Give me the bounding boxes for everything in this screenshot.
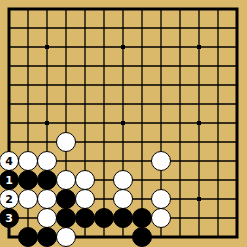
board-point-5-10[interactable] bbox=[95, 190, 114, 209]
board-point-7-7[interactable] bbox=[133, 133, 152, 152]
board-point-12-9[interactable] bbox=[228, 171, 247, 190]
board-point-6-3[interactable] bbox=[114, 57, 133, 76]
board-point-8-9[interactable] bbox=[152, 171, 171, 190]
board-point-7-8[interactable] bbox=[133, 152, 152, 171]
board-point-11-7[interactable] bbox=[209, 133, 228, 152]
board-point-5-11[interactable] bbox=[95, 209, 114, 228]
board-point-5-7[interactable] bbox=[95, 133, 114, 152]
go-board: 4123 bbox=[0, 0, 247, 247]
board-point-9-10[interactable] bbox=[171, 190, 190, 209]
board-point-8-7[interactable] bbox=[152, 133, 171, 152]
board-point-8-10[interactable] bbox=[152, 190, 171, 209]
board-point-8-11[interactable] bbox=[152, 209, 171, 228]
black-stone bbox=[132, 227, 152, 247]
white-stone bbox=[18, 189, 38, 209]
star-point bbox=[121, 45, 125, 49]
board-point-7-0[interactable] bbox=[133, 0, 152, 19]
board-point-0-9[interactable]: 1 bbox=[0, 171, 19, 190]
board-point-2-5[interactable] bbox=[38, 95, 57, 114]
board-point-5-9[interactable] bbox=[95, 171, 114, 190]
board-point-6-0[interactable] bbox=[114, 0, 133, 19]
board-point-7-10[interactable] bbox=[133, 190, 152, 209]
board-point-2-10[interactable] bbox=[38, 190, 57, 209]
move-number-label: 3 bbox=[5, 213, 13, 224]
board-point-10-12[interactable] bbox=[190, 228, 209, 247]
board-point-1-9[interactable] bbox=[19, 171, 38, 190]
board-point-4-10[interactable] bbox=[76, 190, 95, 209]
board-point-12-3[interactable] bbox=[228, 57, 247, 76]
board-point-6-12[interactable] bbox=[114, 228, 133, 247]
black-stone bbox=[94, 208, 114, 228]
white-stone: 2 bbox=[0, 189, 19, 209]
board-point-0-12[interactable] bbox=[0, 228, 19, 247]
board-point-7-1[interactable] bbox=[133, 19, 152, 38]
board-point-11-4[interactable] bbox=[209, 76, 228, 95]
board-point-6-10[interactable] bbox=[114, 190, 133, 209]
star-point bbox=[45, 45, 49, 49]
board-point-7-12[interactable] bbox=[133, 228, 152, 247]
board-point-7-3[interactable] bbox=[133, 57, 152, 76]
black-stone bbox=[56, 208, 76, 228]
white-stone bbox=[75, 170, 95, 190]
board-point-5-5[interactable] bbox=[95, 95, 114, 114]
board-point-10-9[interactable] bbox=[190, 171, 209, 190]
black-stone bbox=[56, 189, 76, 209]
board-point-1-5[interactable] bbox=[19, 95, 38, 114]
board-point-6-9[interactable] bbox=[114, 171, 133, 190]
board-point-10-6[interactable] bbox=[190, 114, 209, 133]
board-point-5-8[interactable] bbox=[95, 152, 114, 171]
board-point-7-11[interactable] bbox=[133, 209, 152, 228]
board-point-7-9[interactable] bbox=[133, 171, 152, 190]
move-number-label: 4 bbox=[5, 156, 13, 167]
board-point-3-12[interactable] bbox=[57, 228, 76, 247]
board-point-5-0[interactable] bbox=[95, 0, 114, 19]
board-point-4-8[interactable] bbox=[76, 152, 95, 171]
board-point-10-10[interactable] bbox=[190, 190, 209, 209]
board-point-0-0[interactable] bbox=[0, 0, 19, 19]
board-point-12-11[interactable] bbox=[228, 209, 247, 228]
board-point-12-8[interactable] bbox=[228, 152, 247, 171]
board-point-2-12[interactable] bbox=[38, 228, 57, 247]
board-point-3-0[interactable] bbox=[57, 0, 76, 19]
white-stone bbox=[37, 189, 57, 209]
board-point-2-7[interactable] bbox=[38, 133, 57, 152]
move-number-label: 2 bbox=[5, 194, 13, 205]
board-point-8-3[interactable] bbox=[152, 57, 171, 76]
board-point-8-0[interactable] bbox=[152, 0, 171, 19]
white-stone bbox=[37, 151, 57, 171]
board-point-12-0[interactable] bbox=[228, 0, 247, 19]
board-point-11-9[interactable] bbox=[209, 171, 228, 190]
board-point-1-1[interactable] bbox=[19, 19, 38, 38]
board-point-1-2[interactable] bbox=[19, 38, 38, 57]
board-point-1-8[interactable] bbox=[19, 152, 38, 171]
board-point-9-4[interactable] bbox=[171, 76, 190, 95]
board-point-9-0[interactable] bbox=[171, 0, 190, 19]
white-stone bbox=[113, 170, 133, 190]
board-point-4-4[interactable] bbox=[76, 76, 95, 95]
board-point-3-7[interactable] bbox=[57, 133, 76, 152]
star-point bbox=[121, 121, 125, 125]
board-point-5-4[interactable] bbox=[95, 76, 114, 95]
board-point-7-5[interactable] bbox=[133, 95, 152, 114]
board-point-11-3[interactable] bbox=[209, 57, 228, 76]
board-point-2-1[interactable] bbox=[38, 19, 57, 38]
board-point-12-1[interactable] bbox=[228, 19, 247, 38]
board-point-4-12[interactable] bbox=[76, 228, 95, 247]
board-point-8-2[interactable] bbox=[152, 38, 171, 57]
board-point-3-11[interactable] bbox=[57, 209, 76, 228]
board-point-3-5[interactable] bbox=[57, 95, 76, 114]
board-point-11-10[interactable] bbox=[209, 190, 228, 209]
board-point-10-7[interactable] bbox=[190, 133, 209, 152]
board-point-0-4[interactable] bbox=[0, 76, 19, 95]
board-point-0-1[interactable] bbox=[0, 19, 19, 38]
board-point-0-11[interactable]: 3 bbox=[0, 209, 19, 228]
star-point bbox=[45, 121, 49, 125]
black-stone bbox=[37, 170, 57, 190]
white-stone bbox=[56, 132, 76, 152]
board-point-8-5[interactable] bbox=[152, 95, 171, 114]
board-point-1-7[interactable] bbox=[19, 133, 38, 152]
board-point-1-3[interactable] bbox=[19, 57, 38, 76]
board-point-6-5[interactable] bbox=[114, 95, 133, 114]
board-point-2-9[interactable] bbox=[38, 171, 57, 190]
star-point bbox=[197, 197, 201, 201]
board-point-0-7[interactable] bbox=[0, 133, 19, 152]
board-point-9-9[interactable] bbox=[171, 171, 190, 190]
board-point-5-3[interactable] bbox=[95, 57, 114, 76]
board-point-10-11[interactable] bbox=[190, 209, 209, 228]
board-point-2-2[interactable] bbox=[38, 38, 57, 57]
white-stone bbox=[75, 189, 95, 209]
black-stone bbox=[132, 208, 152, 228]
board-point-4-1[interactable] bbox=[76, 19, 95, 38]
board-point-4-3[interactable] bbox=[76, 57, 95, 76]
board-point-7-4[interactable] bbox=[133, 76, 152, 95]
board-point-3-1[interactable] bbox=[57, 19, 76, 38]
board-point-3-4[interactable] bbox=[57, 76, 76, 95]
board-point-8-6[interactable] bbox=[152, 114, 171, 133]
board-point-1-0[interactable] bbox=[19, 0, 38, 19]
board-point-3-6[interactable] bbox=[57, 114, 76, 133]
board-point-6-4[interactable] bbox=[114, 76, 133, 95]
board-point-5-1[interactable] bbox=[95, 19, 114, 38]
white-stone bbox=[56, 170, 76, 190]
board-point-10-2[interactable] bbox=[190, 38, 209, 57]
board-point-3-3[interactable] bbox=[57, 57, 76, 76]
board-point-10-4[interactable] bbox=[190, 76, 209, 95]
board-point-4-9[interactable] bbox=[76, 171, 95, 190]
black-stone: 1 bbox=[0, 170, 19, 190]
board-point-9-7[interactable] bbox=[171, 133, 190, 152]
board-point-6-6[interactable] bbox=[114, 114, 133, 133]
star-point bbox=[197, 121, 201, 125]
board-point-11-11[interactable] bbox=[209, 209, 228, 228]
black-stone bbox=[113, 208, 133, 228]
board-point-11-6[interactable] bbox=[209, 114, 228, 133]
black-stone: 3 bbox=[0, 208, 19, 228]
board-point-11-8[interactable] bbox=[209, 152, 228, 171]
board-point-0-3[interactable] bbox=[0, 57, 19, 76]
board-point-11-12[interactable] bbox=[209, 228, 228, 247]
black-stone bbox=[37, 227, 57, 247]
board-point-11-0[interactable] bbox=[209, 0, 228, 19]
board-point-10-5[interactable] bbox=[190, 95, 209, 114]
board-point-9-8[interactable] bbox=[171, 152, 190, 171]
board-point-2-0[interactable] bbox=[38, 0, 57, 19]
board-point-1-11[interactable] bbox=[19, 209, 38, 228]
board-point-7-6[interactable] bbox=[133, 114, 152, 133]
board-point-5-2[interactable] bbox=[95, 38, 114, 57]
board-point-1-6[interactable] bbox=[19, 114, 38, 133]
white-stone bbox=[56, 227, 76, 247]
board-point-3-10[interactable] bbox=[57, 190, 76, 209]
white-stone bbox=[113, 189, 133, 209]
board-point-0-5[interactable] bbox=[0, 95, 19, 114]
board-point-4-5[interactable] bbox=[76, 95, 95, 114]
black-stone bbox=[18, 170, 38, 190]
board-point-0-10[interactable]: 2 bbox=[0, 190, 19, 209]
white-stone bbox=[18, 151, 38, 171]
board-point-11-5[interactable] bbox=[209, 95, 228, 114]
board-point-10-0[interactable] bbox=[190, 0, 209, 19]
board-point-2-3[interactable] bbox=[38, 57, 57, 76]
board-point-0-2[interactable] bbox=[0, 38, 19, 57]
board-point-6-7[interactable] bbox=[114, 133, 133, 152]
white-stone bbox=[151, 151, 171, 171]
move-number-label: 1 bbox=[5, 175, 13, 186]
board-point-0-8[interactable]: 4 bbox=[0, 152, 19, 171]
board-point-2-11[interactable] bbox=[38, 209, 57, 228]
board-point-9-2[interactable] bbox=[171, 38, 190, 57]
board-point-8-12[interactable] bbox=[152, 228, 171, 247]
board-point-4-11[interactable] bbox=[76, 209, 95, 228]
board-point-12-10[interactable] bbox=[228, 190, 247, 209]
board-point-6-2[interactable] bbox=[114, 38, 133, 57]
board-point-9-5[interactable] bbox=[171, 95, 190, 114]
board-point-5-6[interactable] bbox=[95, 114, 114, 133]
board-point-9-12[interactable] bbox=[171, 228, 190, 247]
star-point bbox=[197, 45, 201, 49]
board-point-4-0[interactable] bbox=[76, 0, 95, 19]
board-point-2-4[interactable] bbox=[38, 76, 57, 95]
board-point-12-5[interactable] bbox=[228, 95, 247, 114]
board-point-10-3[interactable] bbox=[190, 57, 209, 76]
board-point-8-1[interactable] bbox=[152, 19, 171, 38]
board-point-3-2[interactable] bbox=[57, 38, 76, 57]
board-point-9-3[interactable] bbox=[171, 57, 190, 76]
white-stone bbox=[151, 208, 171, 228]
board-point-6-1[interactable] bbox=[114, 19, 133, 38]
board-point-11-1[interactable] bbox=[209, 19, 228, 38]
black-stone bbox=[18, 227, 38, 247]
board-point-2-6[interactable] bbox=[38, 114, 57, 133]
board-point-6-8[interactable] bbox=[114, 152, 133, 171]
board-point-12-2[interactable] bbox=[228, 38, 247, 57]
board-point-9-11[interactable] bbox=[171, 209, 190, 228]
board-point-5-12[interactable] bbox=[95, 228, 114, 247]
board-point-3-8[interactable] bbox=[57, 152, 76, 171]
board-point-10-1[interactable] bbox=[190, 19, 209, 38]
board-point-12-4[interactable] bbox=[228, 76, 247, 95]
board-point-10-8[interactable] bbox=[190, 152, 209, 171]
board-point-11-2[interactable] bbox=[209, 38, 228, 57]
board-point-1-4[interactable] bbox=[19, 76, 38, 95]
board-point-7-2[interactable] bbox=[133, 38, 152, 57]
board-point-8-8[interactable] bbox=[152, 152, 171, 171]
board-point-2-8[interactable] bbox=[38, 152, 57, 171]
board-grid: 4123 bbox=[0, 0, 247, 247]
board-point-0-6[interactable] bbox=[0, 114, 19, 133]
board-point-12-6[interactable] bbox=[228, 114, 247, 133]
board-point-6-11[interactable] bbox=[114, 209, 133, 228]
board-point-4-2[interactable] bbox=[76, 38, 95, 57]
board-point-1-10[interactable] bbox=[19, 190, 38, 209]
board-point-12-12[interactable] bbox=[228, 228, 247, 247]
board-point-8-4[interactable] bbox=[152, 76, 171, 95]
board-point-9-1[interactable] bbox=[171, 19, 190, 38]
board-point-12-7[interactable] bbox=[228, 133, 247, 152]
board-point-4-7[interactable] bbox=[76, 133, 95, 152]
board-point-3-9[interactable] bbox=[57, 171, 76, 190]
black-stone bbox=[75, 208, 95, 228]
board-point-9-6[interactable] bbox=[171, 114, 190, 133]
white-stone: 4 bbox=[0, 151, 19, 171]
white-stone bbox=[37, 208, 57, 228]
board-point-1-12[interactable] bbox=[19, 228, 38, 247]
board-point-4-6[interactable] bbox=[76, 114, 95, 133]
white-stone bbox=[151, 189, 171, 209]
